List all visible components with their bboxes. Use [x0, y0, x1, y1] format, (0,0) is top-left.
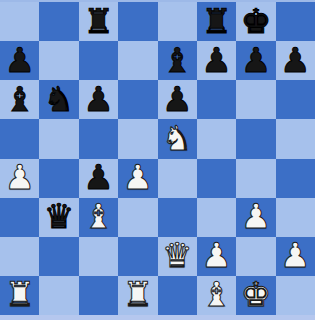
square-b7[interactable] [39, 41, 78, 80]
square-d6[interactable] [118, 80, 157, 119]
square-c8[interactable]: ♜ [79, 2, 118, 41]
square-f7[interactable]: ♟ [197, 41, 236, 80]
square-c1[interactable] [79, 276, 118, 315]
piece-black-rook[interactable]: ♜ [83, 4, 113, 38]
square-f3[interactable] [197, 198, 236, 237]
square-h5[interactable] [276, 119, 315, 158]
square-a8[interactable] [0, 2, 39, 41]
square-c5[interactable] [79, 119, 118, 158]
square-e1[interactable] [158, 276, 197, 315]
square-d3[interactable] [118, 198, 157, 237]
piece-black-knight[interactable]: ♞ [44, 82, 74, 116]
square-h8[interactable] [276, 2, 315, 41]
square-c4[interactable]: ♟ [79, 159, 118, 198]
chess-board: ♜♜♚♟♝♟♟♟♝♞♟♟♞♟♟♟♛♝♟♛♟♟♜♜♝♚ [0, 2, 315, 315]
square-a7[interactable]: ♟ [0, 41, 39, 80]
board-bottom-edge [0, 315, 315, 320]
square-d4[interactable]: ♟ [118, 159, 157, 198]
square-b5[interactable] [39, 119, 78, 158]
piece-white-pawn[interactable]: ♟ [4, 160, 34, 194]
square-c2[interactable] [79, 237, 118, 276]
square-g3[interactable]: ♟ [236, 198, 275, 237]
square-g7[interactable]: ♟ [236, 41, 275, 80]
square-e5[interactable]: ♞ [158, 119, 197, 158]
piece-white-pawn[interactable]: ♟ [201, 238, 231, 272]
square-a4[interactable]: ♟ [0, 159, 39, 198]
square-a3[interactable] [0, 198, 39, 237]
square-h1[interactable] [276, 276, 315, 315]
piece-white-bishop[interactable]: ♝ [201, 277, 231, 311]
square-e6[interactable]: ♟ [158, 80, 197, 119]
square-a6[interactable]: ♝ [0, 80, 39, 119]
square-e7[interactable]: ♝ [158, 41, 197, 80]
piece-black-rook[interactable]: ♜ [201, 4, 231, 38]
square-g8[interactable]: ♚ [236, 2, 275, 41]
square-f5[interactable] [197, 119, 236, 158]
square-b4[interactable] [39, 159, 78, 198]
square-g4[interactable] [236, 159, 275, 198]
piece-black-pawn[interactable]: ♟ [201, 43, 231, 77]
square-b3[interactable]: ♛ [39, 198, 78, 237]
square-f2[interactable]: ♟ [197, 237, 236, 276]
square-d7[interactable] [118, 41, 157, 80]
chess-app-window: ♜♜♚♟♝♟♟♟♝♞♟♟♞♟♟♟♛♝♟♛♟♟♜♜♝♚ [0, 0, 315, 320]
piece-white-pawn[interactable]: ♟ [241, 199, 271, 233]
square-e2[interactable]: ♛ [158, 237, 197, 276]
square-b2[interactable] [39, 237, 78, 276]
square-g6[interactable] [236, 80, 275, 119]
piece-white-knight[interactable]: ♞ [162, 121, 192, 155]
square-c3[interactable]: ♝ [79, 198, 118, 237]
square-f4[interactable] [197, 159, 236, 198]
piece-white-rook[interactable]: ♜ [123, 277, 153, 311]
square-c6[interactable]: ♟ [79, 80, 118, 119]
square-h3[interactable] [276, 198, 315, 237]
square-g5[interactable] [236, 119, 275, 158]
piece-white-king[interactable]: ♚ [241, 277, 271, 311]
piece-black-pawn[interactable]: ♟ [83, 82, 113, 116]
square-h2[interactable]: ♟ [276, 237, 315, 276]
piece-black-bishop[interactable]: ♝ [4, 82, 34, 116]
square-d8[interactable] [118, 2, 157, 41]
square-d1[interactable]: ♜ [118, 276, 157, 315]
square-a5[interactable] [0, 119, 39, 158]
piece-black-pawn[interactable]: ♟ [280, 43, 310, 77]
square-h6[interactable] [276, 80, 315, 119]
square-a2[interactable] [0, 237, 39, 276]
piece-black-pawn[interactable]: ♟ [4, 43, 34, 77]
piece-white-rook[interactable]: ♜ [4, 277, 34, 311]
piece-black-bishop[interactable]: ♝ [162, 43, 192, 77]
piece-black-queen[interactable]: ♛ [44, 199, 74, 233]
square-e4[interactable] [158, 159, 197, 198]
piece-black-pawn[interactable]: ♟ [241, 43, 271, 77]
square-h7[interactable]: ♟ [276, 41, 315, 80]
square-f8[interactable]: ♜ [197, 2, 236, 41]
square-e8[interactable] [158, 2, 197, 41]
square-b8[interactable] [39, 2, 78, 41]
square-g1[interactable]: ♚ [236, 276, 275, 315]
piece-white-pawn[interactable]: ♟ [123, 160, 153, 194]
square-g2[interactable] [236, 237, 275, 276]
piece-white-bishop[interactable]: ♝ [83, 199, 113, 233]
square-f1[interactable]: ♝ [197, 276, 236, 315]
square-e3[interactable] [158, 198, 197, 237]
square-c7[interactable] [79, 41, 118, 80]
square-f6[interactable] [197, 80, 236, 119]
piece-black-pawn[interactable]: ♟ [83, 160, 113, 194]
piece-black-pawn[interactable]: ♟ [162, 82, 192, 116]
square-d2[interactable] [118, 237, 157, 276]
square-d5[interactable] [118, 119, 157, 158]
square-b1[interactable] [39, 276, 78, 315]
square-a1[interactable]: ♜ [0, 276, 39, 315]
piece-white-pawn[interactable]: ♟ [280, 238, 310, 272]
square-h4[interactable] [276, 159, 315, 198]
piece-black-king[interactable]: ♚ [241, 4, 271, 38]
square-b6[interactable]: ♞ [39, 80, 78, 119]
piece-white-queen[interactable]: ♛ [162, 238, 192, 272]
